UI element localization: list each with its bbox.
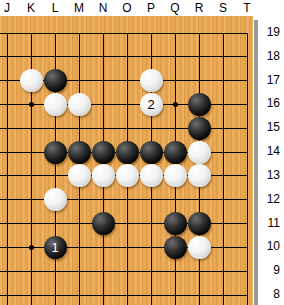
stone-black[interactable]: [164, 236, 187, 259]
row-label: 11: [258, 216, 280, 230]
stone-white[interactable]: [188, 164, 211, 187]
column-label: K: [23, 1, 39, 15]
move-number: 2: [147, 98, 154, 111]
go-diagram: JKLMNOPQRST 12 1918171615141312111098: [0, 0, 284, 305]
stone-black[interactable]: [164, 212, 187, 235]
stone-white[interactable]: [188, 141, 211, 164]
stone-white[interactable]: [44, 188, 67, 211]
column-label: N: [95, 1, 111, 15]
stone-white[interactable]: [116, 164, 139, 187]
row-label: 18: [258, 49, 280, 63]
stone-black[interactable]: [92, 212, 115, 235]
stone-black[interactable]: [188, 117, 211, 140]
column-label: R: [191, 1, 207, 15]
stone-black[interactable]: [164, 141, 187, 164]
stone-black[interactable]: [188, 93, 211, 116]
move-number: 1: [51, 241, 58, 254]
row-label: 13: [258, 168, 280, 182]
stone-white[interactable]: 2: [140, 93, 163, 116]
stone-black[interactable]: [188, 212, 211, 235]
stone-black[interactable]: [44, 141, 67, 164]
column-label: L: [47, 1, 63, 15]
stone-white[interactable]: [68, 164, 91, 187]
row-label: 17: [258, 73, 280, 87]
stone-white[interactable]: [44, 93, 67, 116]
column-label: T: [239, 1, 255, 15]
row-label: 12: [258, 192, 280, 206]
row-label: 19: [258, 25, 280, 39]
stone-black[interactable]: [140, 141, 163, 164]
column-label: Q: [167, 1, 183, 15]
row-label: 14: [258, 144, 280, 158]
stone-white[interactable]: [92, 164, 115, 187]
column-label: O: [119, 1, 135, 15]
stone-black[interactable]: [116, 141, 139, 164]
stone-black[interactable]: [68, 141, 91, 164]
column-label: J: [0, 1, 15, 15]
stone-black[interactable]: 1: [44, 236, 67, 259]
column-label: M: [71, 1, 87, 15]
row-label: 10: [258, 239, 280, 253]
stone-white[interactable]: [68, 93, 91, 116]
stone-white[interactable]: [20, 69, 43, 92]
stones-layer: 12: [0, 21, 259, 305]
stone-white[interactable]: [188, 236, 211, 259]
stone-white[interactable]: [164, 164, 187, 187]
row-label: 16: [258, 96, 280, 110]
stone-black[interactable]: [44, 69, 67, 92]
stone-white[interactable]: [140, 164, 163, 187]
stone-black[interactable]: [92, 141, 115, 164]
stone-white[interactable]: [140, 69, 163, 92]
row-label: 9: [258, 263, 280, 277]
go-board[interactable]: 12: [0, 16, 253, 305]
column-label: P: [143, 1, 159, 15]
row-label: 15: [258, 120, 280, 134]
column-label: S: [215, 1, 231, 15]
row-label: 8: [258, 287, 280, 301]
